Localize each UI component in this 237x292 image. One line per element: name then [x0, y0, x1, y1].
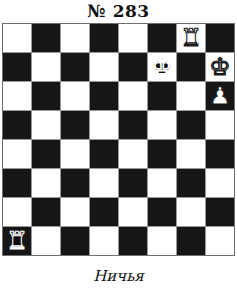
square-e7 — [119, 53, 147, 81]
square-d2 — [90, 198, 118, 226]
piece-white-pawn: ♟ — [209, 82, 231, 110]
square-b8 — [32, 24, 60, 52]
square-g7 — [177, 53, 205, 81]
square-h2 — [206, 198, 234, 226]
square-g4 — [177, 140, 205, 168]
square-g6 — [177, 82, 205, 110]
square-b2 — [32, 198, 60, 226]
square-h8 — [206, 24, 234, 52]
square-b3 — [32, 169, 60, 197]
piece-white-rook: ♜ — [180, 24, 202, 52]
square-h1 — [206, 227, 234, 255]
square-f5 — [148, 111, 176, 139]
square-a5 — [3, 111, 31, 139]
square-f1 — [148, 227, 176, 255]
square-g5 — [177, 111, 205, 139]
square-h5 — [206, 111, 234, 139]
square-c1 — [61, 227, 89, 255]
chess-diagram-page: № 283 ♜♚♚♟♜ Ничья — [0, 0, 237, 292]
square-g2 — [177, 198, 205, 226]
square-h6: ♟ — [206, 82, 234, 110]
square-c3 — [61, 169, 89, 197]
piece-black-rook: ♜ — [6, 227, 28, 255]
square-e6 — [119, 82, 147, 110]
square-c5 — [61, 111, 89, 139]
square-b7 — [32, 53, 60, 81]
piece-white-king: ♚ — [209, 53, 231, 81]
square-e3 — [119, 169, 147, 197]
square-g1 — [177, 227, 205, 255]
square-c8 — [61, 24, 89, 52]
square-d1 — [90, 227, 118, 255]
square-h4 — [206, 140, 234, 168]
square-f2 — [148, 198, 176, 226]
square-b1 — [32, 227, 60, 255]
result-caption: Ничья — [93, 267, 144, 285]
square-f6 — [148, 82, 176, 110]
square-d4 — [90, 140, 118, 168]
square-f8 — [148, 24, 176, 52]
square-d6 — [90, 82, 118, 110]
square-d3 — [90, 169, 118, 197]
square-a4 — [3, 140, 31, 168]
piece-black-king: ♚ — [151, 53, 173, 81]
square-g3 — [177, 169, 205, 197]
square-e4 — [119, 140, 147, 168]
square-f4 — [148, 140, 176, 168]
square-e2 — [119, 198, 147, 226]
square-e5 — [119, 111, 147, 139]
square-e1 — [119, 227, 147, 255]
square-d5 — [90, 111, 118, 139]
puzzle-number-title: № 283 — [87, 0, 149, 22]
square-h7: ♚ — [206, 53, 234, 81]
square-d8 — [90, 24, 118, 52]
square-a2 — [3, 198, 31, 226]
square-h3 — [206, 169, 234, 197]
chess-board: ♜♚♚♟♜ — [2, 23, 235, 256]
square-f7: ♚ — [148, 53, 176, 81]
square-a8 — [3, 24, 31, 52]
square-c7 — [61, 53, 89, 81]
square-a3 — [3, 169, 31, 197]
square-b5 — [32, 111, 60, 139]
square-e8 — [119, 24, 147, 52]
square-c6 — [61, 82, 89, 110]
square-a1: ♜ — [3, 227, 31, 255]
square-d7 — [90, 53, 118, 81]
square-c4 — [61, 140, 89, 168]
square-a6 — [3, 82, 31, 110]
square-a7 — [3, 53, 31, 81]
square-b4 — [32, 140, 60, 168]
square-g8: ♜ — [177, 24, 205, 52]
square-b6 — [32, 82, 60, 110]
square-f3 — [148, 169, 176, 197]
square-c2 — [61, 198, 89, 226]
